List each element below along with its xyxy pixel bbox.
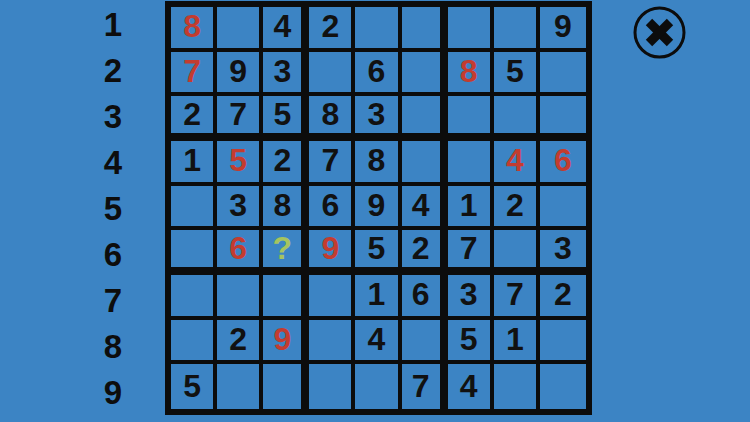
cell-r7c3[interactable] [263, 275, 309, 320]
cell-r8c3[interactable]: 9 [263, 320, 309, 365]
cell-r9c5[interactable] [355, 364, 401, 409]
close-icon [632, 5, 687, 60]
cell-r2c6[interactable] [402, 52, 448, 97]
row-label-8: 8 [92, 323, 134, 369]
cell-r7c1[interactable] [171, 275, 217, 320]
cell-r3c4[interactable]: 8 [309, 96, 355, 141]
cell-r5c7[interactable]: 1 [448, 186, 494, 231]
cell-r9c7[interactable]: 4 [448, 364, 494, 409]
app-background: 123456789 842979368527583152784638694126… [0, 0, 750, 422]
cell-r6c1[interactable] [171, 230, 217, 275]
cell-r1c1[interactable]: 8 [171, 7, 217, 52]
cell-r8c2[interactable]: 2 [217, 320, 263, 365]
cell-r3c6[interactable] [402, 96, 448, 141]
cell-r6c6[interactable]: 2 [402, 230, 448, 275]
cell-r5c4[interactable]: 6 [309, 186, 355, 231]
cell-r2c1[interactable]: 7 [171, 52, 217, 97]
cell-r6c7[interactable]: 7 [448, 230, 494, 275]
cell-r4c9[interactable]: 6 [540, 141, 586, 186]
cell-r2c5[interactable]: 6 [355, 52, 401, 97]
cell-r1c9[interactable]: 9 [540, 7, 586, 52]
cell-r5c3[interactable]: 8 [263, 186, 309, 231]
cell-r1c4[interactable]: 2 [309, 7, 355, 52]
cell-r3c7[interactable] [448, 96, 494, 141]
cell-r9c9[interactable] [540, 364, 586, 409]
cell-r2c9[interactable] [540, 52, 586, 97]
cell-r9c3[interactable] [263, 364, 309, 409]
cell-r7c6[interactable]: 6 [402, 275, 448, 320]
cell-r8c9[interactable] [540, 320, 586, 365]
cell-r7c5[interactable]: 1 [355, 275, 401, 320]
cell-r8c6[interactable] [402, 320, 448, 365]
cell-r4c1[interactable]: 1 [171, 141, 217, 186]
cell-r5c5[interactable]: 9 [355, 186, 401, 231]
cell-r9c4[interactable] [309, 364, 355, 409]
row-label-2: 2 [92, 47, 134, 93]
cell-r9c2[interactable] [217, 364, 263, 409]
cell-r7c7[interactable]: 3 [448, 275, 494, 320]
cell-r8c1[interactable] [171, 320, 217, 365]
cell-r1c6[interactable] [402, 7, 448, 52]
cell-r9c8[interactable] [494, 364, 540, 409]
cell-r6c5[interactable]: 5 [355, 230, 401, 275]
cell-r7c2[interactable] [217, 275, 263, 320]
cell-r1c5[interactable] [355, 7, 401, 52]
cell-r1c2[interactable] [217, 7, 263, 52]
cell-r4c4[interactable]: 7 [309, 141, 355, 186]
cell-r2c4[interactable] [309, 52, 355, 97]
cell-r1c8[interactable] [494, 7, 540, 52]
row-label-9: 9 [92, 369, 134, 415]
cell-r8c5[interactable]: 4 [355, 320, 401, 365]
cell-r2c2[interactable]: 9 [217, 52, 263, 97]
row-label-7: 7 [92, 277, 134, 323]
cell-r5c2[interactable]: 3 [217, 186, 263, 231]
cell-r5c8[interactable]: 2 [494, 186, 540, 231]
sudoku-board: 842979368527583152784638694126?952731637… [165, 1, 592, 415]
cell-r7c8[interactable]: 7 [494, 275, 540, 320]
row-labels: 123456789 [92, 1, 134, 415]
cell-r3c9[interactable] [540, 96, 586, 141]
cell-r4c7[interactable] [448, 141, 494, 186]
cell-r5c1[interactable] [171, 186, 217, 231]
cell-r4c6[interactable] [402, 141, 448, 186]
cell-r6c2[interactable]: 6 [217, 230, 263, 275]
cell-r3c1[interactable]: 2 [171, 96, 217, 141]
cell-r1c3[interactable]: 4 [263, 7, 309, 52]
cell-r4c8[interactable]: 4 [494, 141, 540, 186]
cell-r5c6[interactable]: 4 [402, 186, 448, 231]
cell-r4c5[interactable]: 8 [355, 141, 401, 186]
row-label-3: 3 [92, 93, 134, 139]
cell-r1c7[interactable] [448, 7, 494, 52]
row-label-4: 4 [92, 139, 134, 185]
cell-r2c3[interactable]: 3 [263, 52, 309, 97]
cell-r6c8[interactable] [494, 230, 540, 275]
cell-r3c5[interactable]: 3 [355, 96, 401, 141]
cell-r3c3[interactable]: 5 [263, 96, 309, 141]
row-label-1: 1 [92, 1, 134, 47]
cell-r2c7[interactable]: 8 [448, 52, 494, 97]
cell-r9c6[interactable]: 7 [402, 364, 448, 409]
cell-r9c1[interactable]: 5 [171, 364, 217, 409]
cell-r7c4[interactable] [309, 275, 355, 320]
close-button[interactable] [632, 5, 687, 60]
cell-r4c2[interactable]: 5 [217, 141, 263, 186]
cell-r8c4[interactable] [309, 320, 355, 365]
cell-r3c8[interactable] [494, 96, 540, 141]
cell-r2c8[interactable]: 5 [494, 52, 540, 97]
row-label-6: 6 [92, 231, 134, 277]
cell-r6c4[interactable]: 9 [309, 230, 355, 275]
cell-r7c9[interactable]: 2 [540, 275, 586, 320]
cell-r5c9[interactable] [540, 186, 586, 231]
row-label-5: 5 [92, 185, 134, 231]
cell-r8c7[interactable]: 5 [448, 320, 494, 365]
cell-r3c2[interactable]: 7 [217, 96, 263, 141]
cell-r6c9[interactable]: 3 [540, 230, 586, 275]
cell-r6c3[interactable]: ? [263, 230, 309, 275]
cell-r8c8[interactable]: 1 [494, 320, 540, 365]
cell-r4c3[interactable]: 2 [263, 141, 309, 186]
